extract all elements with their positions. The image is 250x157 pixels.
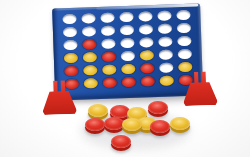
board-cell-r1c3[interactable]: [98, 11, 118, 24]
yellow-disc: [121, 64, 135, 74]
board-cell-r1c6[interactable]: [155, 9, 175, 22]
board-cell-r6c3[interactable]: [100, 76, 120, 89]
empty-hole: [100, 13, 114, 23]
scene: [0, 0, 250, 157]
board-cell-r5c7[interactable]: [176, 60, 196, 73]
yellow-disc: [83, 65, 97, 75]
board-cell-r4c4[interactable]: [118, 49, 138, 63]
empty-hole: [63, 40, 77, 50]
empty-hole: [119, 12, 133, 22]
board-cell-r2c7[interactable]: [175, 22, 195, 35]
board-cell-r1c5[interactable]: [136, 10, 156, 23]
red-loose-disc[interactable]: [148, 101, 168, 114]
yellow-disc: [63, 53, 77, 63]
yellow-loose-disc[interactable]: [122, 118, 142, 131]
board-cell-r3c2[interactable]: [79, 38, 99, 51]
empty-hole: [159, 62, 173, 72]
board-cell-r1c4[interactable]: [117, 11, 137, 24]
board-cell-r6c4[interactable]: [119, 75, 139, 88]
board-cell-r2c4[interactable]: [117, 24, 137, 37]
board-cell-r1c2[interactable]: [78, 12, 98, 25]
yellow-disc: [83, 78, 97, 88]
empty-hole: [120, 38, 134, 48]
empty-hole: [177, 10, 191, 20]
board-cell-r5c1[interactable]: [61, 64, 81, 77]
empty-hole: [82, 26, 96, 36]
board-assembly: [42, 1, 216, 119]
board-cell-r3c6[interactable]: [156, 35, 176, 48]
yellow-disc: [140, 50, 154, 60]
empty-hole: [158, 11, 172, 21]
red-loose-disc[interactable]: [85, 118, 105, 131]
empty-hole: [101, 39, 115, 49]
yellow-disc: [102, 64, 116, 74]
board-cell-r5c5[interactable]: [138, 61, 158, 74]
yellow-disc: [160, 75, 174, 85]
red-disc: [64, 66, 78, 76]
empty-hole: [178, 36, 192, 46]
red-loose-disc[interactable]: [104, 117, 124, 130]
board-cell-r6c6[interactable]: [157, 74, 177, 87]
board-cell-r2c3[interactable]: [98, 24, 118, 37]
board-cell-r5c3[interactable]: [99, 63, 119, 76]
empty-hole: [121, 51, 135, 61]
board-cell-r4c2[interactable]: [80, 51, 100, 65]
board-cell-r2c5[interactable]: [136, 23, 156, 36]
yellow-disc: [179, 62, 193, 72]
empty-hole: [139, 24, 153, 34]
empty-hole: [159, 49, 173, 59]
empty-hole: [177, 23, 191, 33]
board-grid: [59, 9, 196, 91]
board-cell-r4c3[interactable]: [99, 50, 119, 64]
board-cell-r3c3[interactable]: [98, 37, 118, 50]
board-cell-r6c2[interactable]: [81, 76, 101, 89]
empty-hole: [158, 24, 172, 34]
yellow-disc: [82, 52, 96, 62]
red-disc: [102, 51, 116, 61]
board-cell-r2c6[interactable]: [155, 22, 175, 35]
empty-hole: [120, 25, 134, 35]
red-disc: [141, 76, 155, 86]
board-cell-r5c6[interactable]: [157, 61, 177, 74]
empty-hole: [139, 37, 153, 47]
board-cell-r5c4[interactable]: [119, 62, 139, 75]
board-cell-r2c2[interactable]: [79, 25, 99, 38]
board-cell-r3c7[interactable]: [175, 34, 195, 47]
red-loose-disc[interactable]: [111, 135, 131, 148]
board: [52, 3, 203, 100]
red-disc: [64, 78, 78, 88]
board-cell-r3c4[interactable]: [118, 36, 138, 49]
board-cell-r3c5[interactable]: [137, 36, 157, 49]
red-loose-disc[interactable]: [150, 120, 170, 133]
board-cell-r2c1[interactable]: [60, 26, 80, 39]
empty-hole: [138, 12, 152, 22]
empty-hole: [101, 26, 115, 36]
empty-hole: [62, 14, 76, 24]
red-disc: [122, 76, 136, 86]
board-cell-r1c1[interactable]: [59, 13, 79, 26]
board-cell-r4c7[interactable]: [175, 47, 195, 61]
empty-hole: [62, 27, 76, 37]
empty-hole: [158, 37, 172, 47]
board-cell-r5c2[interactable]: [80, 63, 100, 76]
red-disc: [102, 77, 116, 87]
empty-hole: [81, 14, 95, 24]
board-cell-r4c6[interactable]: [156, 48, 176, 62]
yellow-loose-disc[interactable]: [170, 117, 190, 130]
red-disc: [140, 63, 154, 73]
board-cell-r1c7[interactable]: [174, 9, 194, 22]
yellow-loose-disc[interactable]: [88, 104, 108, 117]
board-cell-r4c1[interactable]: [61, 51, 81, 65]
board-cell-r4c5[interactable]: [137, 49, 157, 63]
board-cell-r3c1[interactable]: [60, 38, 80, 51]
board-cell-r6c5[interactable]: [138, 74, 158, 87]
empty-hole: [178, 49, 192, 59]
red-disc: [82, 39, 96, 49]
